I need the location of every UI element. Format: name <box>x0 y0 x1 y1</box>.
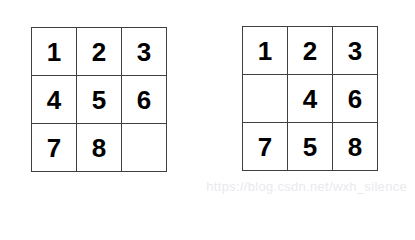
blank-cell <box>122 124 166 171</box>
tile: 3 <box>122 28 166 75</box>
tile: 5 <box>288 123 332 170</box>
tile: 7 <box>243 123 287 170</box>
tile: 4 <box>288 75 332 122</box>
tile: 7 <box>32 124 76 171</box>
tile: 1 <box>32 28 76 75</box>
tile: 2 <box>77 28 121 75</box>
tile: 8 <box>77 124 121 171</box>
tile: 6 <box>122 76 166 123</box>
tile: 6 <box>333 75 377 122</box>
blank-cell <box>243 75 287 122</box>
puzzle-board-left: 1 2 3 4 5 6 7 8 <box>31 27 167 172</box>
tile: 8 <box>333 123 377 170</box>
tile: 2 <box>288 27 332 74</box>
watermark-url: https://blog.csdn.net/wxh_silence <box>206 179 407 194</box>
tile: 5 <box>77 76 121 123</box>
tile: 1 <box>243 27 287 74</box>
tile: 3 <box>333 27 377 74</box>
puzzle-board-right: 1 2 3 4 6 7 5 8 <box>242 26 378 171</box>
tile: 4 <box>32 76 76 123</box>
